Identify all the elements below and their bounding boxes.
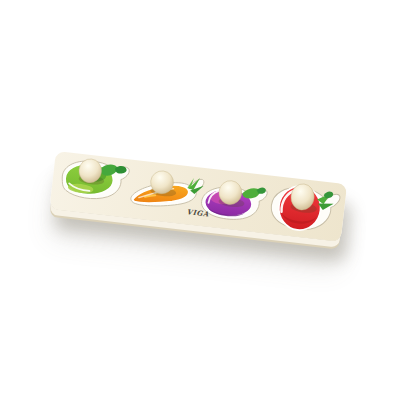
product-photo-scene: VIGA: [0, 0, 400, 400]
green-pepper-piece[interactable]: [54, 149, 134, 209]
tomato-piece[interactable]: [262, 174, 345, 239]
puzzle-board: VIGA: [49, 151, 347, 242]
